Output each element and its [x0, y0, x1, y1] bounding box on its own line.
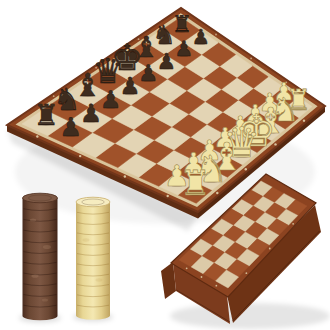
light-checkers-stack — [76, 202, 110, 320]
folded-screw-dot — [245, 272, 247, 274]
folded-screw-dot — [201, 276, 203, 278]
piece-black-pawn-c7: ♟ — [100, 85, 122, 114]
piece-black-pawn-f7: ♟ — [156, 49, 176, 74]
scene-canvas: ♜♞♟♝♟♟♚♟♛♟♝♟♟♜♞♟♞♟♟♜♝♟♟♚♟♛♟♝♟♞♟♜ — [0, 0, 330, 330]
frame-screw-dot — [124, 175, 126, 177]
folded-screw-dot — [292, 223, 294, 225]
dark-wood-mottle — [30, 218, 36, 221]
frame-screw-dot — [36, 135, 38, 137]
chess-set-product-photo: ♜♞♟♝♟♟♚♟♛♟♝♟♟♜♞♟♞♟♟♜♝♟♟♚♟♛♟♝♟♞♟♜ — [0, 0, 330, 330]
piece-black-pawn-d7: ♟ — [119, 72, 140, 100]
piece-black-pawn-a7: ♟ — [59, 112, 82, 142]
folded-board-shadow — [170, 303, 330, 329]
piece-black-pawn-b7: ♟ — [80, 99, 102, 128]
frame-screw-dot — [245, 168, 247, 170]
dark-wood-mottle — [31, 274, 38, 278]
piece-black-pawn-g7: ♟ — [174, 36, 193, 61]
piece-black-pawn-e7: ♟ — [138, 60, 158, 86]
light-stack-top — [76, 197, 110, 207]
piece-black-pawn-h7: ♟ — [192, 25, 211, 49]
light-wood-mottle — [83, 238, 90, 241]
piece-black-rook-a8: ♜ — [33, 98, 59, 132]
frame-screw-dot — [216, 192, 218, 194]
dark-wood-mottle — [42, 299, 48, 302]
dark-wood-mottle — [43, 245, 51, 249]
frame-screw-dot — [79, 155, 81, 157]
folded-screw-dot — [215, 285, 217, 287]
frame-screw-dot — [303, 119, 305, 121]
dark-stack-top — [23, 193, 58, 203]
dark-checkers-stack — [23, 198, 58, 320]
folded-screw-dot — [186, 267, 188, 269]
frame-screw-dot — [166, 195, 168, 197]
light-wood-mottle — [96, 278, 103, 281]
folded-screw-dot — [269, 248, 271, 250]
frame-screw-dot — [250, 57, 252, 59]
piece-white-rook-a1: ♜ — [180, 163, 211, 203]
frame-screw-dot — [215, 34, 217, 36]
